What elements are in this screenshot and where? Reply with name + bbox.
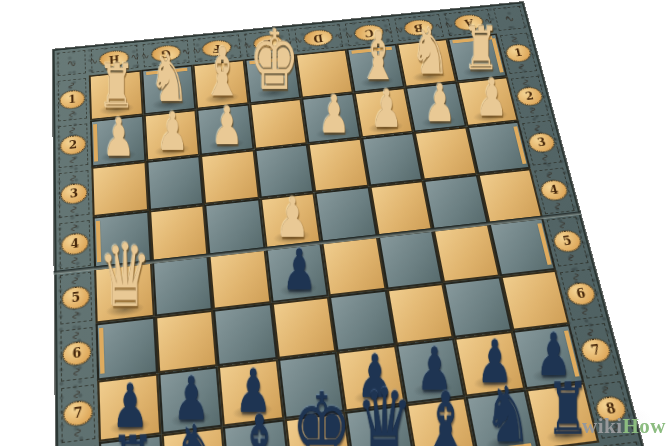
piece-black-bishop-c8[interactable]: ♝ <box>422 385 471 446</box>
coord-label-rank-7: 7 <box>63 399 92 427</box>
coord-label-rank-5: 5 <box>62 285 90 310</box>
square-h5[interactable]: ♛ <box>94 262 154 323</box>
scroll-ornament: ∿ <box>539 153 552 162</box>
wikihow-watermark: wikiHow <box>582 414 666 439</box>
scroll-ornament: ∿ <box>70 275 82 285</box>
scroll-ornament: ∿ <box>68 156 79 165</box>
scroll-ornament: ∿ <box>532 123 544 132</box>
piece-white-pawn-g2[interactable]: ♟ <box>157 107 189 156</box>
square-e8[interactable]: ♚ <box>284 411 354 446</box>
scroll-ornament: ∿ <box>141 51 150 60</box>
wikihow-watermark-how: How <box>623 414 667 438</box>
coord-label-rank-6: 6 <box>63 341 92 367</box>
scroll-ornament: ∿ <box>527 106 539 115</box>
coord-cell-right-2: ∿2∿ <box>507 73 552 121</box>
piece-white-pawn-d2[interactable]: ♟ <box>318 90 350 138</box>
scroll-ornament: ∿ <box>334 31 344 40</box>
scroll-ornament: ∿ <box>71 330 83 341</box>
square-b8[interactable]: ♞ <box>465 389 538 446</box>
coord-cell-left-3: ∿3∿ <box>56 167 93 220</box>
scroll-ornament: ∿ <box>557 220 570 230</box>
piece-black-queen-d8[interactable]: ♛ <box>356 380 413 446</box>
square-c2[interactable]: ♟ <box>353 87 414 138</box>
piece-white-king-e1[interactable]: ♚ <box>250 22 300 98</box>
square-f4[interactable] <box>204 198 265 255</box>
coord-cell-left-4: ∿4∿ <box>56 217 94 273</box>
square-c3[interactable] <box>361 132 423 186</box>
coord-label-rank-1: 1 <box>60 89 85 109</box>
scroll-ornament: ∿ <box>516 62 528 70</box>
scroll-ornament: ∿ <box>70 310 82 321</box>
coord-cell-left-5: ∿5∿ <box>57 268 96 327</box>
scroll-ornament: ∿ <box>599 385 613 396</box>
square-h3[interactable] <box>91 161 148 216</box>
coord-cell-right-6: ∿6∿ <box>556 265 607 324</box>
coord-label-file-d: D <box>303 29 334 47</box>
coord-cell-right-5: ∿5∿ <box>543 213 592 269</box>
coord-cell-left-7: ∿7∿ <box>58 381 99 446</box>
scroll-ornament: ∿ <box>89 56 98 65</box>
piece-black-rook-h8[interactable]: ♜ <box>110 431 154 446</box>
piece-white-pawn-e4[interactable]: ♟ <box>276 192 310 243</box>
square-c5[interactable] <box>377 230 443 289</box>
photo-scene: ∿∿H∿∿G∿∿F∿∿E∿∿D∿∿C∿∿B∿∿A∿∿∿1∿♜♞♝♚♝♞♜∿1∿∿… <box>0 0 670 446</box>
piece-white-pawn-c2[interactable]: ♟ <box>371 85 403 133</box>
wikihow-watermark-wiki: wiki <box>582 414 623 438</box>
scroll-ornament: ∿ <box>593 363 607 374</box>
square-g8[interactable]: ♞ <box>161 426 228 446</box>
coord-label-rank-3: 3 <box>527 132 557 153</box>
coord-label-rank-7: 7 <box>579 337 612 363</box>
piece-white-pawn-a2[interactable]: ♟ <box>476 73 508 121</box>
square-e1[interactable]: ♚ <box>244 54 301 103</box>
square-d4[interactable] <box>314 186 377 243</box>
square-f8[interactable]: ♝ <box>223 419 291 446</box>
scroll-ornament: ∿ <box>69 223 80 233</box>
coord-cell-left-2: ∿2∿ <box>55 120 91 171</box>
scroll-ornament: ∿ <box>579 306 593 317</box>
coord-cell-right-3: ∿3∿ <box>519 117 565 168</box>
square-e5[interactable]: ♟ <box>265 243 329 303</box>
scroll-ornament: ∿ <box>584 327 598 338</box>
coord-label-rank-2: 2 <box>60 135 86 156</box>
piece-black-bishop-f8[interactable]: ♝ <box>235 408 284 446</box>
square-h2[interactable]: ♟ <box>90 115 146 168</box>
piece-black-knight-b8[interactable]: ♞ <box>484 380 531 446</box>
square-f3[interactable] <box>200 150 259 205</box>
square-e2[interactable] <box>249 98 308 150</box>
coord-label-rank-5: 5 <box>552 229 583 253</box>
scroll-ornament: ∿ <box>69 204 80 214</box>
coord-label-rank-1: 1 <box>504 43 532 62</box>
square-f2[interactable]: ♟ <box>196 103 254 155</box>
coord-cell-left-1: ∿1∿ <box>55 75 90 123</box>
square-d8[interactable]: ♛ <box>345 404 416 446</box>
scroll-ornament: ∿ <box>72 427 85 439</box>
coord-cell-right-4: ∿4∿ <box>531 164 579 217</box>
square-g4[interactable] <box>149 204 209 262</box>
scroll-ornament: ∿ <box>520 78 532 86</box>
piece-black-king-e8[interactable]: ♚ <box>292 383 352 446</box>
coord-cell-left-6: ∿6∿ <box>57 323 97 385</box>
square-e6[interactable] <box>271 296 337 359</box>
square-d3[interactable] <box>308 138 369 192</box>
scroll-ornament: ∿ <box>71 367 83 378</box>
scroll-ornament: ∿ <box>344 30 354 39</box>
coord-label-rank-6: 6 <box>565 282 597 307</box>
square-g2[interactable]: ♟ <box>143 109 200 161</box>
scroll-ornament: ∿ <box>509 35 521 43</box>
scroll-ornament: ∿ <box>192 46 201 55</box>
piece-white-pawn-f2[interactable]: ♟ <box>211 101 243 150</box>
square-f5[interactable] <box>208 249 271 309</box>
square-c8[interactable]: ♝ <box>405 396 477 446</box>
piece-black-pawn-e5[interactable]: ♟ <box>282 244 317 296</box>
coord-label-rank-3: 3 <box>61 182 87 204</box>
scroll-ornament: ∿ <box>503 13 515 24</box>
scroll-ornament: ∿ <box>66 57 76 68</box>
coord-label-rank-4: 4 <box>61 232 88 256</box>
scroll-ornament: ∿ <box>67 126 78 135</box>
scroll-ornament: ∿ <box>69 256 81 266</box>
scroll-ornament: ∿ <box>544 170 557 179</box>
scroll-ornament: ∿ <box>570 272 583 282</box>
scroll-ornament: ∿ <box>67 81 78 89</box>
square-d2[interactable]: ♟ <box>301 92 361 143</box>
piece-black-knight-g8[interactable]: ♞ <box>172 418 220 446</box>
scroll-ornament: ∿ <box>68 173 79 182</box>
square-g3[interactable] <box>146 155 204 210</box>
scroll-ornament: ∿ <box>67 109 78 118</box>
coord-label-rank-2: 2 <box>515 86 544 106</box>
piece-white-pawn-h2[interactable]: ♟ <box>102 113 134 162</box>
square-c4[interactable] <box>369 180 433 236</box>
piece-white-pawn-b2[interactable]: ♟ <box>424 79 456 127</box>
square-d5[interactable] <box>321 236 386 296</box>
coord-label-rank-4: 4 <box>539 179 569 201</box>
chess-board: ∿∿H∿∿G∿∿F∿∿E∿∿D∿∿C∿∿B∿∿A∿∿∿1∿♜♞♝♚♝♞♜∿1∿∿… <box>53 2 653 446</box>
scroll-ornament: ∿ <box>72 388 84 399</box>
board-border-corner: ∿ <box>55 47 89 78</box>
scroll-ornament: ∿ <box>552 201 565 211</box>
square-g5[interactable] <box>151 255 212 316</box>
scroll-ornament: ∿ <box>565 252 578 262</box>
piece-white-queen-h5[interactable]: ♛ <box>98 236 151 316</box>
